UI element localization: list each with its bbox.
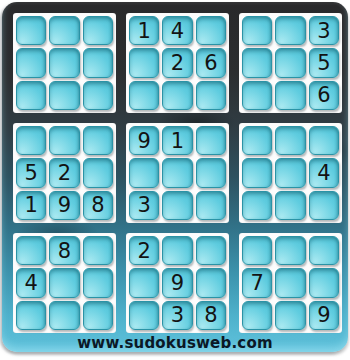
cell-r6c1[interactable]: 1 — [16, 191, 46, 220]
cell-r8c3[interactable] — [83, 268, 113, 297]
cell-r3c9[interactable]: 6 — [309, 81, 339, 110]
cell-r1c4[interactable]: 1 — [129, 16, 159, 45]
cell-r8c6[interactable] — [196, 268, 226, 297]
box-6: 4 — [239, 123, 342, 223]
cell-r8c4[interactable] — [129, 268, 159, 297]
cell-r8c1[interactable]: 4 — [16, 268, 46, 297]
cell-r4c4[interactable]: 9 — [129, 126, 159, 155]
cell-r4c9[interactable] — [309, 126, 339, 155]
cell-r2c7[interactable] — [242, 48, 272, 77]
cell-r9c8[interactable] — [275, 301, 305, 330]
cell-r2c1[interactable] — [16, 48, 46, 77]
cell-r2c2[interactable] — [49, 48, 79, 77]
cell-r1c9[interactable]: 3 — [309, 16, 339, 45]
cell-r2c6[interactable]: 6 — [196, 48, 226, 77]
box-9: 79 — [239, 233, 342, 333]
cell-r9c5[interactable]: 3 — [162, 301, 192, 330]
box-4: 52198 — [13, 123, 116, 223]
box-8: 2938 — [126, 233, 229, 333]
cell-r5c1[interactable]: 5 — [16, 158, 46, 187]
cell-r2c9[interactable]: 5 — [309, 48, 339, 77]
cell-r6c2[interactable]: 9 — [49, 191, 79, 220]
cell-r7c5[interactable] — [162, 236, 192, 265]
cell-r8c5[interactable]: 9 — [162, 268, 192, 297]
cell-r4c1[interactable] — [16, 126, 46, 155]
website-link[interactable]: www.sudokusweb.com — [2, 334, 348, 352]
box-3: 356 — [239, 13, 342, 113]
cell-r4c7[interactable] — [242, 126, 272, 155]
cell-r6c4[interactable]: 3 — [129, 191, 159, 220]
sudoku-grid: 142635652198913484293879 — [13, 13, 342, 333]
cell-r1c5[interactable]: 4 — [162, 16, 192, 45]
cell-r7c3[interactable] — [83, 236, 113, 265]
cell-r9c6[interactable]: 8 — [196, 301, 226, 330]
cell-r6c6[interactable] — [196, 191, 226, 220]
cell-r6c8[interactable] — [275, 191, 305, 220]
box-1 — [13, 13, 116, 113]
cell-r3c1[interactable] — [16, 81, 46, 110]
cell-r1c7[interactable] — [242, 16, 272, 45]
cell-r3c3[interactable] — [83, 81, 113, 110]
cell-r9c2[interactable] — [49, 301, 79, 330]
cell-r6c3[interactable]: 8 — [83, 191, 113, 220]
sudoku-page: 142635652198913484293879 www.sudokusweb.… — [0, 0, 350, 360]
cell-r1c2[interactable] — [49, 16, 79, 45]
cell-r1c6[interactable] — [196, 16, 226, 45]
cell-r1c3[interactable] — [83, 16, 113, 45]
sudoku-board-frame: 142635652198913484293879 www.sudokusweb.… — [2, 2, 348, 352]
cell-r5c3[interactable] — [83, 158, 113, 187]
cell-r3c8[interactable] — [275, 81, 305, 110]
cell-r9c9[interactable]: 9 — [309, 301, 339, 330]
cell-r4c5[interactable]: 1 — [162, 126, 192, 155]
cell-r8c9[interactable] — [309, 268, 339, 297]
cell-r3c6[interactable] — [196, 81, 226, 110]
cell-r4c6[interactable] — [196, 126, 226, 155]
cell-r9c3[interactable] — [83, 301, 113, 330]
cell-r6c9[interactable] — [309, 191, 339, 220]
cell-r7c1[interactable] — [16, 236, 46, 265]
cell-r5c8[interactable] — [275, 158, 305, 187]
cell-r8c2[interactable] — [49, 268, 79, 297]
cell-r1c8[interactable] — [275, 16, 305, 45]
cell-r5c6[interactable] — [196, 158, 226, 187]
cell-r5c9[interactable]: 4 — [309, 158, 339, 187]
cell-r7c8[interactable] — [275, 236, 305, 265]
cell-r2c3[interactable] — [83, 48, 113, 77]
cell-r5c2[interactable]: 2 — [49, 158, 79, 187]
cell-r7c2[interactable]: 8 — [49, 236, 79, 265]
cell-r7c6[interactable] — [196, 236, 226, 265]
cell-r7c9[interactable] — [309, 236, 339, 265]
cell-r3c2[interactable] — [49, 81, 79, 110]
box-7: 84 — [13, 233, 116, 333]
cell-r9c4[interactable] — [129, 301, 159, 330]
cell-r8c8[interactable] — [275, 268, 305, 297]
cell-r5c4[interactable] — [129, 158, 159, 187]
cell-r2c4[interactable] — [129, 48, 159, 77]
cell-r9c7[interactable] — [242, 301, 272, 330]
cell-r4c8[interactable] — [275, 126, 305, 155]
cell-r5c7[interactable] — [242, 158, 272, 187]
cell-r8c7[interactable]: 7 — [242, 268, 272, 297]
cell-r3c5[interactable] — [162, 81, 192, 110]
cell-r2c5[interactable]: 2 — [162, 48, 192, 77]
box-5: 913 — [126, 123, 229, 223]
cell-r7c7[interactable] — [242, 236, 272, 265]
cell-r2c8[interactable] — [275, 48, 305, 77]
cell-r4c2[interactable] — [49, 126, 79, 155]
box-2: 1426 — [126, 13, 229, 113]
cell-r5c5[interactable] — [162, 158, 192, 187]
cell-r6c7[interactable] — [242, 191, 272, 220]
cell-r3c7[interactable] — [242, 81, 272, 110]
cell-r4c3[interactable] — [83, 126, 113, 155]
cell-r3c4[interactable] — [129, 81, 159, 110]
cell-r6c5[interactable] — [162, 191, 192, 220]
cell-r9c1[interactable] — [16, 301, 46, 330]
cell-r7c4[interactable]: 2 — [129, 236, 159, 265]
cell-r1c1[interactable] — [16, 16, 46, 45]
